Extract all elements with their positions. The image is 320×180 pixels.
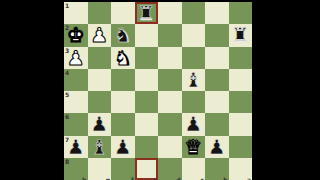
square-g8[interactable]: g	[88, 158, 112, 180]
square-e3[interactable]	[135, 47, 159, 69]
square-b1[interactable]	[205, 2, 229, 24]
square-c5[interactable]	[182, 91, 206, 113]
square-h4[interactable]: 4	[64, 69, 88, 91]
piece-black-bishop: ♝	[182, 69, 206, 91]
square-a3[interactable]	[229, 47, 253, 69]
square-c1[interactable]	[182, 2, 206, 24]
file-label-f: f	[131, 176, 134, 180]
square-g4[interactable]	[88, 69, 112, 91]
square-c6[interactable]: ♟	[182, 113, 206, 135]
square-h8[interactable]: 8h	[64, 158, 88, 180]
square-g2[interactable]: ♟	[88, 24, 112, 46]
square-h1[interactable]: 1	[64, 2, 88, 24]
rank-label-6: 6	[65, 113, 69, 120]
square-g1[interactable]	[88, 2, 112, 24]
square-f3[interactable]: ♞	[111, 47, 135, 69]
square-d2[interactable]	[158, 24, 182, 46]
rank-label-8: 8	[65, 158, 69, 165]
square-g6[interactable]: ♟	[88, 113, 112, 135]
file-label-h: h	[82, 176, 86, 180]
square-d7[interactable]	[158, 136, 182, 158]
square-b3[interactable]	[205, 47, 229, 69]
square-b2[interactable]	[205, 24, 229, 46]
square-d6[interactable]	[158, 113, 182, 135]
square-h5[interactable]: 5	[64, 91, 88, 113]
square-h7[interactable]: 7♟	[64, 136, 88, 158]
square-c4[interactable]: ♝	[182, 69, 206, 91]
square-c2[interactable]	[182, 24, 206, 46]
square-b6[interactable]	[205, 113, 229, 135]
square-f2[interactable]: ♞	[111, 24, 135, 46]
file-label-e: e	[153, 176, 157, 180]
piece-black-pawn: ♟	[88, 113, 112, 135]
piece-black-pawn: ♟	[205, 136, 229, 158]
file-label-a: a	[247, 176, 251, 180]
square-a4[interactable]	[229, 69, 253, 91]
square-d8[interactable]: d	[158, 158, 182, 180]
piece-white-queen: ♛	[182, 136, 206, 158]
square-c3[interactable]	[182, 47, 206, 69]
square-h6[interactable]: 6	[64, 113, 88, 135]
square-e2[interactable]	[135, 24, 159, 46]
square-h2[interactable]: 2♚	[64, 24, 88, 46]
square-b7[interactable]: ♟	[205, 136, 229, 158]
square-a1[interactable]	[229, 2, 253, 24]
square-c7[interactable]: ♛	[182, 136, 206, 158]
square-g5[interactable]	[88, 91, 112, 113]
piece-black-rook: ♜	[229, 24, 253, 46]
square-a8[interactable]: a	[229, 158, 253, 180]
square-a2[interactable]: ♜	[229, 24, 253, 46]
square-e4[interactable]	[135, 69, 159, 91]
rank-label-5: 5	[65, 91, 69, 98]
square-d5[interactable]	[158, 91, 182, 113]
square-f7[interactable]: ♟	[111, 136, 135, 158]
piece-black-pawn: ♟	[182, 113, 206, 135]
square-g7[interactable]: ♝	[88, 136, 112, 158]
square-f4[interactable]	[111, 69, 135, 91]
square-a5[interactable]	[229, 91, 253, 113]
square-f8[interactable]: f	[111, 158, 135, 180]
piece-black-pawn: ♟	[111, 136, 135, 158]
chess-board: 1♜2♚♟♞♜3♟♞4♝56♟♟7♟♝♟♛♟8hgfedcba	[64, 2, 252, 180]
square-f6[interactable]	[111, 113, 135, 135]
piece-white-pawn: ♟	[88, 24, 112, 46]
square-b5[interactable]	[205, 91, 229, 113]
rank-label-2: 2	[65, 24, 69, 31]
square-f1[interactable]	[111, 2, 135, 24]
screenshot-background: 1♜2♚♟♞♜3♟♞4♝56♟♟7♟♝♟♛♟8hgfedcba	[0, 0, 320, 180]
square-a6[interactable]	[229, 113, 253, 135]
square-e1[interactable]: ♜	[135, 2, 159, 24]
square-b8[interactable]: b	[205, 158, 229, 180]
rank-label-1: 1	[65, 2, 69, 9]
square-e5[interactable]	[135, 91, 159, 113]
file-label-g: g	[106, 176, 110, 180]
file-label-d: d	[176, 176, 180, 180]
file-label-c: c	[200, 176, 204, 180]
square-f5[interactable]	[111, 91, 135, 113]
piece-black-bishop: ♝	[88, 136, 112, 158]
rank-label-3: 3	[65, 47, 69, 54]
square-d3[interactable]	[158, 47, 182, 69]
rank-label-4: 4	[65, 69, 69, 76]
square-c8[interactable]: c	[182, 158, 206, 180]
rank-label-7: 7	[65, 136, 69, 143]
square-e7[interactable]	[135, 136, 159, 158]
piece-black-rook: ♜	[135, 2, 159, 24]
piece-black-knight: ♞	[111, 24, 135, 46]
square-a7[interactable]	[229, 136, 253, 158]
square-b4[interactable]	[205, 69, 229, 91]
square-d4[interactable]	[158, 69, 182, 91]
file-label-b: b	[223, 176, 227, 180]
square-h3[interactable]: 3♟	[64, 47, 88, 69]
square-e6[interactable]	[135, 113, 159, 135]
square-g3[interactable]	[88, 47, 112, 69]
square-d1[interactable]	[158, 2, 182, 24]
square-e8[interactable]: e	[135, 158, 159, 180]
piece-white-knight: ♞	[111, 47, 135, 69]
